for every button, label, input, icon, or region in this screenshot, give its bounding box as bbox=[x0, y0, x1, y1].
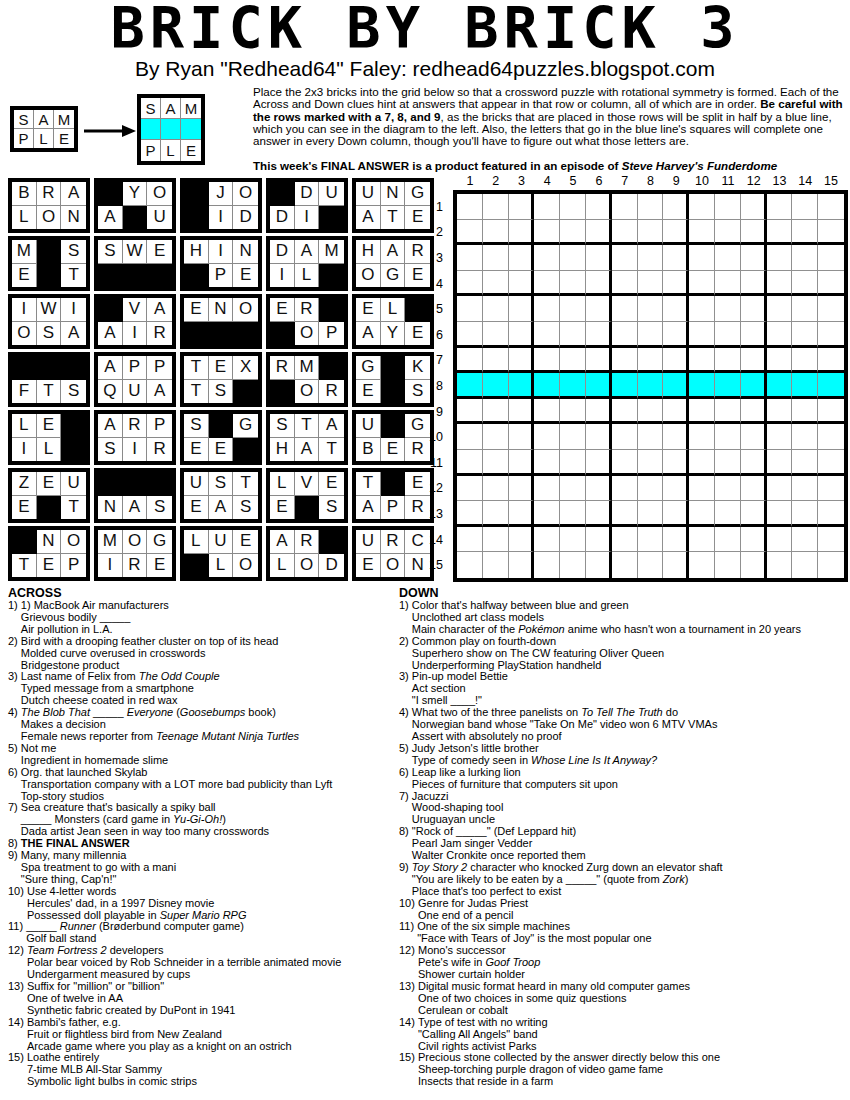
grid-cell-r5c1[interactable] bbox=[457, 296, 483, 322]
grid-cell-r6c7[interactable] bbox=[612, 322, 638, 348]
grid-cell-r4c9[interactable] bbox=[663, 271, 689, 297]
grid-cell-r4c1[interactable] bbox=[457, 271, 483, 297]
brick-18[interactable]: TEXTS bbox=[180, 352, 262, 407]
grid-cell-r15c8[interactable] bbox=[638, 552, 664, 578]
grid-cell-r3c4[interactable] bbox=[534, 245, 560, 271]
brick-35[interactable]: URCEON bbox=[352, 526, 434, 581]
grid-cell-r2c15[interactable] bbox=[818, 220, 844, 246]
brick-cell: P bbox=[147, 414, 172, 438]
grid-cell-r6c14[interactable] bbox=[792, 322, 818, 348]
grid-cell-r3c3[interactable] bbox=[509, 245, 535, 271]
grid-cell-r11c13[interactable] bbox=[767, 450, 793, 476]
grid-cell-r4c6[interactable] bbox=[586, 271, 612, 297]
grid-cell-r5c9[interactable] bbox=[663, 296, 689, 322]
grid-cell-r7c13[interactable] bbox=[767, 348, 793, 374]
row-label-8: 8 bbox=[424, 373, 448, 399]
brick-7[interactable]: SWE bbox=[94, 236, 176, 291]
grid-cell-r15c6[interactable] bbox=[586, 552, 612, 578]
grid-cell-r7c1[interactable] bbox=[457, 348, 483, 374]
grid-cell-r10c8[interactable] bbox=[638, 424, 664, 450]
grid-cell-r13c8[interactable] bbox=[638, 501, 664, 527]
grid-cell-r10c13[interactable] bbox=[767, 424, 793, 450]
grid-cell-r4c7[interactable] bbox=[612, 271, 638, 297]
grid-cell-r9c4[interactable] bbox=[534, 399, 560, 425]
grid-cell-r10c1[interactable] bbox=[457, 424, 483, 450]
grid-cell-r7c14[interactable] bbox=[792, 348, 818, 374]
grid-cell-r10c7[interactable] bbox=[612, 424, 638, 450]
brick-cell: A bbox=[147, 298, 172, 322]
grid-cell-r6c2[interactable] bbox=[483, 322, 509, 348]
grid-cell-r2c8[interactable] bbox=[638, 220, 664, 246]
grid-cell-r14c12[interactable] bbox=[741, 527, 767, 553]
grid-cell-r7c8[interactable] bbox=[638, 348, 664, 374]
grid-cell-r13c5[interactable] bbox=[560, 501, 586, 527]
grid-cell-r2c12[interactable] bbox=[741, 220, 767, 246]
grid-cell-r15c11[interactable] bbox=[715, 552, 741, 578]
grid-cell-blue-r8c14[interactable] bbox=[792, 373, 818, 399]
grid-cell-r11c14[interactable] bbox=[792, 450, 818, 476]
brick-27[interactable]: NAS bbox=[94, 468, 176, 523]
grid-cell-r15c3[interactable] bbox=[509, 552, 535, 578]
grid-cell-r5c12[interactable] bbox=[741, 296, 767, 322]
grid-cell-r9c6[interactable] bbox=[586, 399, 612, 425]
row-label-15: 15 bbox=[424, 552, 448, 578]
grid-cell-r6c11[interactable] bbox=[715, 322, 741, 348]
grid-cell-r2c7[interactable] bbox=[612, 220, 638, 246]
brick-30[interactable]: TEAPR bbox=[352, 468, 434, 523]
grid-cell-r7c5[interactable] bbox=[560, 348, 586, 374]
brick-31[interactable]: NOTEP bbox=[8, 526, 90, 581]
grid-cell-r14c1[interactable] bbox=[457, 527, 483, 553]
grid-cell-r12c5[interactable] bbox=[560, 476, 586, 502]
clue-hints: Pin-up model BettieAct section"I smell _… bbox=[412, 671, 508, 707]
grid-cell-r5c15[interactable] bbox=[818, 296, 844, 322]
grid-cell-r14c11[interactable] bbox=[715, 527, 741, 553]
grid-cell-r12c2[interactable] bbox=[483, 476, 509, 502]
grid-cell-r14c3[interactable] bbox=[509, 527, 535, 553]
grid-cell-r15c9[interactable] bbox=[663, 552, 689, 578]
grid-cell-r9c11[interactable] bbox=[715, 399, 741, 425]
grid-cell-r1c6[interactable] bbox=[586, 194, 612, 220]
brick-cell-black bbox=[319, 298, 344, 322]
grid-cell-r2c13[interactable] bbox=[767, 220, 793, 246]
grid-cell-r12c7[interactable] bbox=[612, 476, 638, 502]
grid-cell-r11c11[interactable] bbox=[715, 450, 741, 476]
brick-cell: W bbox=[123, 240, 148, 264]
grid-cell-r7c3[interactable] bbox=[509, 348, 535, 374]
grid-cell-r11c2[interactable] bbox=[483, 450, 509, 476]
brick-17[interactable]: APPQUA bbox=[94, 352, 176, 407]
grid-cell-r2c10[interactable] bbox=[689, 220, 715, 246]
grid-cell-r15c14[interactable] bbox=[792, 552, 818, 578]
grid-cell-r11c1[interactable] bbox=[457, 450, 483, 476]
grid-cell-r11c15[interactable] bbox=[818, 450, 844, 476]
grid-cell-r6c3[interactable] bbox=[509, 322, 535, 348]
grid-cell-r6c8[interactable] bbox=[638, 322, 664, 348]
grid-cell-r6c15[interactable] bbox=[818, 322, 844, 348]
brick-3[interactable]: JOID bbox=[180, 178, 262, 233]
grid-cell-blue-r8c15[interactable] bbox=[818, 373, 844, 399]
brick-24[interactable]: STAHAT bbox=[266, 410, 348, 465]
grid-cell-r15c15[interactable] bbox=[818, 552, 844, 578]
grid-cell-r7c6[interactable] bbox=[586, 348, 612, 374]
puzzle-title: BRICK BY BRICK 3 bbox=[0, 0, 850, 56]
brick-29[interactable]: LVEES bbox=[266, 468, 348, 523]
grid-cell-r4c4[interactable] bbox=[534, 271, 560, 297]
grid-cell-r12c6[interactable] bbox=[586, 476, 612, 502]
grid-cell-r3c5[interactable] bbox=[560, 245, 586, 271]
grid-cell-r3c7[interactable] bbox=[612, 245, 638, 271]
grid-cell-blue-r8c7[interactable] bbox=[612, 373, 638, 399]
grid-cell-r6c12[interactable] bbox=[741, 322, 767, 348]
grid-cell-r13c13[interactable] bbox=[767, 501, 793, 527]
brick-cell: V bbox=[123, 298, 148, 322]
grid-cell-blue-r8c9[interactable] bbox=[663, 373, 689, 399]
grid-cell-r7c10[interactable] bbox=[689, 348, 715, 374]
grid-cell-r14c14[interactable] bbox=[792, 527, 818, 553]
brick-23[interactable]: SGEE bbox=[180, 410, 262, 465]
grid-cell-r2c2[interactable] bbox=[483, 220, 509, 246]
grid-cell-r2c11[interactable] bbox=[715, 220, 741, 246]
brick-5[interactable]: UNGATE bbox=[352, 178, 434, 233]
grid-cell-blue-r8c2[interactable] bbox=[483, 373, 509, 399]
brick-21[interactable]: LEIL bbox=[8, 410, 90, 465]
brick-9[interactable]: DAMIL bbox=[266, 236, 348, 291]
brick-26[interactable]: ZEUET bbox=[8, 468, 90, 523]
grid-cell-r3c11[interactable] bbox=[715, 245, 741, 271]
grid-cell-r15c1[interactable] bbox=[457, 552, 483, 578]
brick-16[interactable]: FTS bbox=[8, 352, 90, 407]
grid-cell-r7c7[interactable] bbox=[612, 348, 638, 374]
grid-cell-r11c12[interactable] bbox=[741, 450, 767, 476]
grid-cell-r1c2[interactable] bbox=[483, 194, 509, 220]
grid-cell-r3c12[interactable] bbox=[741, 245, 767, 271]
brick-cell: R bbox=[147, 322, 172, 346]
grid-cell-r5c11[interactable] bbox=[715, 296, 741, 322]
grid-cell-r9c15[interactable] bbox=[818, 399, 844, 425]
brick-13[interactable]: ENO bbox=[180, 294, 262, 349]
grid-cell-r13c9[interactable] bbox=[663, 501, 689, 527]
grid-cell-r1c8[interactable] bbox=[638, 194, 664, 220]
grid-cell-blue-r8c3[interactable] bbox=[509, 373, 535, 399]
brick-cell: E bbox=[184, 438, 209, 462]
grid-cell-r4c12[interactable] bbox=[741, 271, 767, 297]
grid-cell-r9c2[interactable] bbox=[483, 399, 509, 425]
grid-cell-r12c8[interactable] bbox=[638, 476, 664, 502]
grid-cell-r13c2[interactable] bbox=[483, 501, 509, 527]
brick-1[interactable]: BRALON bbox=[8, 178, 90, 233]
grid-cell-r14c10[interactable] bbox=[689, 527, 715, 553]
grid-cell-r1c4[interactable] bbox=[534, 194, 560, 220]
sample-cell: S bbox=[14, 110, 34, 129]
grid-cell-r13c1[interactable] bbox=[457, 501, 483, 527]
grid-cell-r3c9[interactable] bbox=[663, 245, 689, 271]
grid-cell-r13c10[interactable] bbox=[689, 501, 715, 527]
grid-cell-r2c14[interactable] bbox=[792, 220, 818, 246]
grid-cell-r15c2[interactable] bbox=[483, 552, 509, 578]
grid-cell-r6c9[interactable] bbox=[663, 322, 689, 348]
grid-cell-r1c1[interactable] bbox=[457, 194, 483, 220]
brick-20[interactable]: GKES bbox=[352, 352, 434, 407]
brick-4[interactable]: DUDI bbox=[266, 178, 348, 233]
grid-cell-r10c6[interactable] bbox=[586, 424, 612, 450]
brick-cell: O bbox=[295, 322, 320, 346]
grid-cell-r9c10[interactable] bbox=[689, 399, 715, 425]
clue-hints: Judy Jetson's little brotherType of come… bbox=[412, 743, 657, 767]
grid-cell-r10c5[interactable] bbox=[560, 424, 586, 450]
grid-cell-blue-r8c6[interactable] bbox=[586, 373, 612, 399]
grid-cell-r10c9[interactable] bbox=[663, 424, 689, 450]
brick-34[interactable]: ARLOD bbox=[266, 526, 348, 581]
brick-cell: E bbox=[270, 298, 295, 322]
grid-cell-r2c6[interactable] bbox=[586, 220, 612, 246]
grid-cell-r9c5[interactable] bbox=[560, 399, 586, 425]
brick-cell: E bbox=[381, 438, 406, 462]
grid-cell-r12c11[interactable] bbox=[715, 476, 741, 502]
grid-cell-r11c3[interactable] bbox=[509, 450, 535, 476]
brick-25[interactable]: UGBER bbox=[352, 410, 434, 465]
grid-cell-blue-r8c8[interactable] bbox=[638, 373, 664, 399]
row-label-11: 11 bbox=[424, 450, 448, 476]
grid-cell-r11c9[interactable] bbox=[663, 450, 689, 476]
grid-cell-r5c10[interactable] bbox=[689, 296, 715, 322]
grid-cell-r2c9[interactable] bbox=[663, 220, 689, 246]
clue-number: 9) bbox=[399, 862, 412, 898]
grid-cell-r12c13[interactable] bbox=[767, 476, 793, 502]
grid-cell-r12c3[interactable] bbox=[509, 476, 535, 502]
brick-cell: O bbox=[123, 530, 148, 554]
grid-cell-r3c10[interactable] bbox=[689, 245, 715, 271]
grid-cell-r9c13[interactable] bbox=[767, 399, 793, 425]
grid-cell-r15c12[interactable] bbox=[741, 552, 767, 578]
brick-19[interactable]: RMOR bbox=[266, 352, 348, 407]
grid-cell-r5c3[interactable] bbox=[509, 296, 535, 322]
grid-cell-r9c8[interactable] bbox=[638, 399, 664, 425]
grid-cell-r12c15[interactable] bbox=[818, 476, 844, 502]
grid-cell-r5c5[interactable] bbox=[560, 296, 586, 322]
grid-cell-r6c1[interactable] bbox=[457, 322, 483, 348]
brick-15[interactable]: ELAYE bbox=[352, 294, 434, 349]
grid-cell-r7c2[interactable] bbox=[483, 348, 509, 374]
grid-cell-r2c3[interactable] bbox=[509, 220, 535, 246]
final-note-title: Steve Harvey's Funderdome bbox=[622, 159, 777, 172]
grid-cell-r3c6[interactable] bbox=[586, 245, 612, 271]
grid-cell-r2c1[interactable] bbox=[457, 220, 483, 246]
grid-cell-r14c4[interactable] bbox=[534, 527, 560, 553]
grid-cell-r5c7[interactable] bbox=[612, 296, 638, 322]
grid-cell-r11c5[interactable] bbox=[560, 450, 586, 476]
brick-cell: N bbox=[209, 298, 234, 322]
col-label-14: 14 bbox=[792, 174, 818, 190]
grid-cell-r12c10[interactable] bbox=[689, 476, 715, 502]
grid-cell-r9c7[interactable] bbox=[612, 399, 638, 425]
grid-cell-r6c13[interactable] bbox=[767, 322, 793, 348]
brick-cell: B bbox=[356, 438, 381, 462]
grid-cell-r3c13[interactable] bbox=[767, 245, 793, 271]
grid-cell-r12c1[interactable] bbox=[457, 476, 483, 502]
grid-cell-r9c14[interactable] bbox=[792, 399, 818, 425]
grid-cell-r1c9[interactable] bbox=[663, 194, 689, 220]
grid-cell-r5c6[interactable] bbox=[586, 296, 612, 322]
grid-cell-r12c4[interactable] bbox=[534, 476, 560, 502]
grid-cell-r4c11[interactable] bbox=[715, 271, 741, 297]
grid-cell-r3c8[interactable] bbox=[638, 245, 664, 271]
grid-cell-r4c3[interactable] bbox=[509, 271, 535, 297]
brick-cell: R bbox=[37, 182, 62, 206]
brick-cell: R bbox=[381, 530, 406, 554]
grid-cell-r7c12[interactable] bbox=[741, 348, 767, 374]
grid-cell-r6c4[interactable] bbox=[534, 322, 560, 348]
brick-22[interactable]: ARPSIR bbox=[94, 410, 176, 465]
grid-cell-r15c7[interactable] bbox=[612, 552, 638, 578]
brick-cell: E bbox=[184, 298, 209, 322]
brick-cell: F bbox=[12, 380, 37, 404]
grid-cell-r5c14[interactable] bbox=[792, 296, 818, 322]
grid-cell-r11c4[interactable] bbox=[534, 450, 560, 476]
grid-cell-r13c14[interactable] bbox=[792, 501, 818, 527]
grid-cell-blue-r8c1[interactable] bbox=[457, 373, 483, 399]
grid-cell-r11c8[interactable] bbox=[638, 450, 664, 476]
grid-cell-r4c13[interactable] bbox=[767, 271, 793, 297]
grid-cell-r14c9[interactable] bbox=[663, 527, 689, 553]
grid-cell-blue-r8c5[interactable] bbox=[560, 373, 586, 399]
grid-cell-r14c13[interactable] bbox=[767, 527, 793, 553]
grid-cell-r1c7[interactable] bbox=[612, 194, 638, 220]
grid-cell-r1c3[interactable] bbox=[509, 194, 535, 220]
grid-cell-r13c11[interactable] bbox=[715, 501, 741, 527]
grid-cell-r15c5[interactable] bbox=[560, 552, 586, 578]
brick-28[interactable]: USTEAS bbox=[180, 468, 262, 523]
grid-cell-r12c12[interactable] bbox=[741, 476, 767, 502]
grid-cell-r9c9[interactable] bbox=[663, 399, 689, 425]
grid-cell-r9c1[interactable] bbox=[457, 399, 483, 425]
grid-cell-blue-r8c4[interactable] bbox=[534, 373, 560, 399]
grid-cell-r13c4[interactable] bbox=[534, 501, 560, 527]
grid-cell-r10c10[interactable] bbox=[689, 424, 715, 450]
grid-cell-r15c13[interactable] bbox=[767, 552, 793, 578]
brick-cell: S bbox=[319, 496, 344, 520]
grid-cell-r6c6[interactable] bbox=[586, 322, 612, 348]
grid-cell-r12c9[interactable] bbox=[663, 476, 689, 502]
grid-cell-blue-r8c11[interactable] bbox=[715, 373, 741, 399]
grid-cell-r7c4[interactable] bbox=[534, 348, 560, 374]
brick-cell: R bbox=[123, 414, 148, 438]
grid-cell-r13c6[interactable] bbox=[586, 501, 612, 527]
grid-cell-r14c8[interactable] bbox=[638, 527, 664, 553]
brick-cell-black bbox=[37, 496, 62, 520]
grid-cell-r7c15[interactable] bbox=[818, 348, 844, 374]
grid-cell-r1c5[interactable] bbox=[560, 194, 586, 220]
grid-cell-r7c11[interactable] bbox=[715, 348, 741, 374]
grid-cell-r2c5[interactable] bbox=[560, 220, 586, 246]
grid-cell-r10c11[interactable] bbox=[715, 424, 741, 450]
grid-cell-r3c2[interactable] bbox=[483, 245, 509, 271]
grid-cell-r1c12[interactable] bbox=[741, 194, 767, 220]
grid-cell-r14c15[interactable] bbox=[818, 527, 844, 553]
brick-cell: I bbox=[295, 206, 320, 230]
grid-cell-r14c5[interactable] bbox=[560, 527, 586, 553]
grid-cell-r4c8[interactable] bbox=[638, 271, 664, 297]
grid-cell-r5c2[interactable] bbox=[483, 296, 509, 322]
brick-cell-black bbox=[381, 414, 406, 438]
grid-cell-r1c10[interactable] bbox=[689, 194, 715, 220]
grid-cell-r5c4[interactable] bbox=[534, 296, 560, 322]
brick-cell: P bbox=[123, 356, 148, 380]
brick-10[interactable]: HAROGE bbox=[352, 236, 434, 291]
grid-cell-blue-r8c10[interactable] bbox=[689, 373, 715, 399]
brick-12[interactable]: VAAIR bbox=[94, 294, 176, 349]
grid-cell-r10c12[interactable] bbox=[741, 424, 767, 450]
grid-cell-r11c10[interactable] bbox=[689, 450, 715, 476]
brick-cell: I bbox=[209, 240, 234, 264]
grid-cell-r14c2[interactable] bbox=[483, 527, 509, 553]
grid-cell-r1c15[interactable] bbox=[818, 194, 844, 220]
grid-cell-r1c14[interactable] bbox=[792, 194, 818, 220]
clue-hints: Sea creature that's basically a spiky ba… bbox=[21, 802, 269, 838]
brick-6[interactable]: MSET bbox=[8, 236, 90, 291]
grid-cell-r3c1[interactable] bbox=[457, 245, 483, 271]
grid-cell-r4c2[interactable] bbox=[483, 271, 509, 297]
grid-cell-r7c9[interactable] bbox=[663, 348, 689, 374]
grid-cell-r9c3[interactable] bbox=[509, 399, 535, 425]
grid-cell-r5c13[interactable] bbox=[767, 296, 793, 322]
grid-cell-r4c5[interactable] bbox=[560, 271, 586, 297]
down-clue-14: 14) Type of test with no writing"Calling… bbox=[399, 1017, 848, 1053]
grid-cell-r14c6[interactable] bbox=[586, 527, 612, 553]
grid-cell-r15c10[interactable] bbox=[689, 552, 715, 578]
grid-cell-r13c7[interactable] bbox=[612, 501, 638, 527]
brick-32[interactable]: MOGIRE bbox=[94, 526, 176, 581]
grid-cell-r11c7[interactable] bbox=[612, 450, 638, 476]
brick-2[interactable]: YOAU bbox=[94, 178, 176, 233]
grid-cell-r1c13[interactable] bbox=[767, 194, 793, 220]
grid-cell-r4c15[interactable] bbox=[818, 271, 844, 297]
brick-8[interactable]: HINPE bbox=[180, 236, 262, 291]
grid-cell-r10c2[interactable] bbox=[483, 424, 509, 450]
brick-cell: N bbox=[381, 182, 406, 206]
grid-cell-r9c12[interactable] bbox=[741, 399, 767, 425]
brick-cell: A bbox=[147, 380, 172, 404]
grid-cell-r14c7[interactable] bbox=[612, 527, 638, 553]
grid-cell-r15c4[interactable] bbox=[534, 552, 560, 578]
brick-11[interactable]: IWIOSA bbox=[8, 294, 90, 349]
clue-hint-line: Leap like a lurking lion bbox=[412, 767, 618, 779]
grid-cell-r13c12[interactable] bbox=[741, 501, 767, 527]
grid-cell-r3c14[interactable] bbox=[792, 245, 818, 271]
grid-cell-r13c3[interactable] bbox=[509, 501, 535, 527]
grid-cell-r10c15[interactable] bbox=[818, 424, 844, 450]
grid-cell-r4c14[interactable] bbox=[792, 271, 818, 297]
grid-cell-r10c3[interactable] bbox=[509, 424, 535, 450]
grid-cell-r5c8[interactable] bbox=[638, 296, 664, 322]
across-clue-2: 2) Bird with a drooping feather cluster … bbox=[8, 636, 399, 672]
brick-14[interactable]: EROP bbox=[266, 294, 348, 349]
grid-cell-r2c4[interactable] bbox=[534, 220, 560, 246]
grid-cell-r10c14[interactable] bbox=[792, 424, 818, 450]
grid-cell-r6c5[interactable] bbox=[560, 322, 586, 348]
brick-33[interactable]: LUELO bbox=[180, 526, 262, 581]
grid-cell-r11c6[interactable] bbox=[586, 450, 612, 476]
grid-cell-r6c10[interactable] bbox=[689, 322, 715, 348]
grid-cell-r3c15[interactable] bbox=[818, 245, 844, 271]
grid-cell-r4c10[interactable] bbox=[689, 271, 715, 297]
grid-cell-r13c15[interactable] bbox=[818, 501, 844, 527]
grid-cell-r10c4[interactable] bbox=[534, 424, 560, 450]
grid-cell-r1c11[interactable] bbox=[715, 194, 741, 220]
grid-cell-blue-r8c13[interactable] bbox=[767, 373, 793, 399]
grid-cell-r12c14[interactable] bbox=[792, 476, 818, 502]
grid-cell-blue-r8c12[interactable] bbox=[741, 373, 767, 399]
